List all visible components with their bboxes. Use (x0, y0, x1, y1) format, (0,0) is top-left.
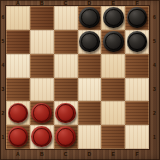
square-B6[interactable] (30, 6, 54, 30)
square-E4[interactable] (101, 54, 125, 78)
black-man-F5[interactable] (127, 31, 148, 52)
rank-label-right-2: 2 (149, 101, 160, 125)
square-A1[interactable] (6, 125, 30, 149)
board-grid (6, 6, 149, 149)
square-C6[interactable] (54, 6, 78, 30)
red-man-A1[interactable] (8, 126, 29, 147)
checkers-board-frame: ABCDEF ABCDEF 654321 654321 (0, 0, 160, 160)
square-D6[interactable] (78, 6, 102, 30)
black-man-E5[interactable] (103, 31, 124, 52)
file-label-bottom-D: D (78, 149, 102, 160)
red-man-A2[interactable] (8, 103, 29, 124)
square-B4[interactable] (30, 54, 54, 78)
file-label-bottom-C: C (54, 149, 78, 160)
black-man-F6[interactable] (127, 7, 148, 28)
square-A6[interactable] (6, 6, 30, 30)
square-D1[interactable] (78, 125, 102, 149)
square-A5[interactable] (6, 30, 30, 54)
square-D4[interactable] (78, 54, 102, 78)
square-E3[interactable] (101, 78, 125, 102)
red-man-B1[interactable] (31, 126, 52, 147)
square-F1[interactable] (125, 125, 149, 149)
square-C1[interactable] (54, 125, 78, 149)
square-D5[interactable] (78, 30, 102, 54)
square-B2[interactable] (30, 101, 54, 125)
rank-label-right-5: 5 (149, 30, 160, 54)
square-C3[interactable] (54, 78, 78, 102)
square-E5[interactable] (101, 30, 125, 54)
black-man-E6[interactable] (103, 7, 124, 28)
square-F3[interactable] (125, 78, 149, 102)
square-C5[interactable] (54, 30, 78, 54)
square-A2[interactable] (6, 101, 30, 125)
square-F4[interactable] (125, 54, 149, 78)
square-E2[interactable] (101, 101, 125, 125)
red-man-C1[interactable] (55, 126, 76, 147)
file-label-bottom-E: E (101, 149, 125, 160)
rank-label-right-1: 1 (149, 125, 160, 149)
square-B5[interactable] (30, 30, 54, 54)
square-D3[interactable] (78, 78, 102, 102)
file-labels-bottom: ABCDEF (6, 149, 149, 160)
square-D2[interactable] (78, 101, 102, 125)
rank-label-right-3: 3 (149, 78, 160, 102)
file-label-bottom-F: F (125, 149, 149, 160)
square-F2[interactable] (125, 101, 149, 125)
red-man-B2[interactable] (31, 103, 52, 124)
square-C4[interactable] (54, 54, 78, 78)
square-E6[interactable] (101, 6, 125, 30)
rank-label-right-6: 6 (149, 6, 160, 30)
square-E1[interactable] (101, 125, 125, 149)
black-man-D6[interactable] (79, 7, 100, 28)
file-label-bottom-A: A (6, 149, 30, 160)
square-A3[interactable] (6, 78, 30, 102)
square-A4[interactable] (6, 54, 30, 78)
square-C2[interactable] (54, 101, 78, 125)
square-F6[interactable] (125, 6, 149, 30)
square-F5[interactable] (125, 30, 149, 54)
rank-labels-right: 654321 (149, 6, 160, 149)
square-B3[interactable] (30, 78, 54, 102)
square-B1[interactable] (30, 125, 54, 149)
black-man-D5[interactable] (79, 31, 100, 52)
rank-label-right-4: 4 (149, 54, 160, 78)
file-label-bottom-B: B (30, 149, 54, 160)
red-man-C2[interactable] (55, 103, 76, 124)
